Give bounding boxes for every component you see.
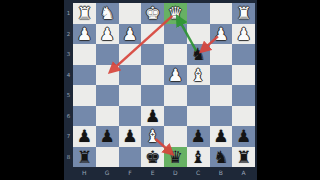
file-label-h: H bbox=[73, 168, 96, 177]
square-g3[interactable] bbox=[96, 44, 119, 65]
square-g4[interactable] bbox=[96, 65, 119, 86]
piece-black-knight-c3[interactable]: ♞ bbox=[187, 44, 210, 65]
square-e2[interactable] bbox=[141, 24, 164, 45]
piece-white-knight-g1[interactable]: ♞ bbox=[96, 3, 119, 24]
square-f3[interactable] bbox=[119, 44, 142, 65]
square-c3[interactable]: ♞ bbox=[187, 44, 210, 65]
square-a8[interactable]: ♜ bbox=[232, 147, 255, 168]
chess-board-frame: ♜♞♚♛♜♟♟♟♟♟♞♟♝♟♟♟♟♝♟♟♟♜♚♛♝♞♜ bbox=[64, 0, 257, 180]
file-label-b: B bbox=[210, 168, 233, 177]
square-a5[interactable] bbox=[232, 85, 255, 106]
square-c4[interactable]: ♝ bbox=[187, 65, 210, 86]
square-e6[interactable]: ♟ bbox=[141, 106, 164, 127]
square-f4[interactable] bbox=[119, 65, 142, 86]
square-f8[interactable] bbox=[119, 147, 142, 168]
piece-black-pawn-b7[interactable]: ♟ bbox=[210, 126, 233, 147]
square-d2[interactable] bbox=[164, 24, 187, 45]
square-a2[interactable]: ♟ bbox=[232, 24, 255, 45]
square-h1[interactable]: ♜ bbox=[73, 3, 96, 24]
piece-black-pawn-h7[interactable]: ♟ bbox=[73, 126, 96, 147]
square-d4[interactable]: ♟ bbox=[164, 65, 187, 86]
square-d3[interactable] bbox=[164, 44, 187, 65]
square-c5[interactable] bbox=[187, 85, 210, 106]
square-c7[interactable]: ♟ bbox=[187, 126, 210, 147]
square-b4[interactable] bbox=[210, 65, 233, 86]
rank-label-1: 1 bbox=[64, 3, 73, 24]
square-g6[interactable] bbox=[96, 106, 119, 127]
square-a4[interactable] bbox=[232, 65, 255, 86]
square-b7[interactable]: ♟ bbox=[210, 126, 233, 147]
file-labels: HGFEDCBA bbox=[73, 168, 255, 177]
square-h3[interactable] bbox=[73, 44, 96, 65]
file-label-d: D bbox=[164, 168, 187, 177]
piece-black-pawn-e6[interactable]: ♟ bbox=[141, 106, 164, 127]
square-c1[interactable] bbox=[187, 3, 210, 24]
square-e7[interactable]: ♝ bbox=[141, 126, 164, 147]
square-e5[interactable] bbox=[141, 85, 164, 106]
square-g8[interactable] bbox=[96, 147, 119, 168]
square-g5[interactable] bbox=[96, 85, 119, 106]
file-label-f: F bbox=[119, 168, 142, 177]
square-e1[interactable]: ♚ bbox=[141, 3, 164, 24]
square-f2[interactable]: ♟ bbox=[119, 24, 142, 45]
rank-label-3: 3 bbox=[64, 44, 73, 65]
piece-black-queen-d8[interactable]: ♛ bbox=[164, 147, 187, 168]
piece-white-pawn-f2[interactable]: ♟ bbox=[119, 24, 142, 45]
square-h2[interactable]: ♟ bbox=[73, 24, 96, 45]
square-h6[interactable] bbox=[73, 106, 96, 127]
square-a1[interactable]: ♜ bbox=[232, 3, 255, 24]
piece-black-pawn-a7[interactable]: ♟ bbox=[232, 126, 255, 147]
square-d7[interactable] bbox=[164, 126, 187, 147]
square-f5[interactable] bbox=[119, 85, 142, 106]
square-d8[interactable]: ♛ bbox=[164, 147, 187, 168]
square-h7[interactable]: ♟ bbox=[73, 126, 96, 147]
square-a3[interactable] bbox=[232, 44, 255, 65]
square-e4[interactable] bbox=[141, 65, 164, 86]
square-c8[interactable]: ♝ bbox=[187, 147, 210, 168]
piece-black-pawn-c7[interactable]: ♟ bbox=[187, 126, 210, 147]
square-c2[interactable] bbox=[187, 24, 210, 45]
square-d6[interactable] bbox=[164, 106, 187, 127]
piece-white-king-e1[interactable]: ♚ bbox=[141, 3, 164, 24]
file-label-e: E bbox=[141, 168, 164, 177]
piece-black-pawn-f7[interactable]: ♟ bbox=[119, 126, 142, 147]
rank-label-4: 4 bbox=[64, 65, 73, 86]
rank-label-2: 2 bbox=[64, 24, 73, 45]
square-b3[interactable] bbox=[210, 44, 233, 65]
file-label-a: A bbox=[232, 168, 255, 177]
piece-white-pawn-d4[interactable]: ♟ bbox=[164, 65, 187, 86]
rank-labels: 12345678 bbox=[64, 3, 73, 167]
piece-white-pawn-b2[interactable]: ♟ bbox=[210, 24, 233, 45]
square-h8[interactable]: ♜ bbox=[73, 147, 96, 168]
square-b6[interactable] bbox=[210, 106, 233, 127]
rank-label-6: 6 bbox=[64, 106, 73, 127]
square-e3[interactable] bbox=[141, 44, 164, 65]
rank-label-7: 7 bbox=[64, 126, 73, 147]
square-f1[interactable] bbox=[119, 3, 142, 24]
square-g1[interactable]: ♞ bbox=[96, 3, 119, 24]
square-a7[interactable]: ♟ bbox=[232, 126, 255, 147]
piece-white-rook-h1[interactable]: ♜ bbox=[73, 3, 96, 24]
square-d1[interactable]: ♛ bbox=[164, 3, 187, 24]
square-f6[interactable] bbox=[119, 106, 142, 127]
piece-black-king-e8[interactable]: ♚ bbox=[141, 147, 164, 168]
square-h4[interactable] bbox=[73, 65, 96, 86]
piece-white-bishop-c4[interactable]: ♝ bbox=[187, 65, 210, 86]
piece-black-rook-h8[interactable]: ♜ bbox=[73, 147, 96, 168]
square-a6[interactable] bbox=[232, 106, 255, 127]
file-label-g: G bbox=[96, 168, 119, 177]
piece-white-rook-a1[interactable]: ♜ bbox=[232, 3, 255, 24]
piece-white-bishop-e7[interactable]: ♝ bbox=[141, 126, 164, 147]
piece-white-queen-d1[interactable]: ♛ bbox=[164, 3, 187, 24]
square-b8[interactable]: ♞ bbox=[210, 147, 233, 168]
chess-board[interactable]: ♜♞♚♛♜♟♟♟♟♟♞♟♝♟♟♟♟♝♟♟♟♜♚♛♝♞♜ bbox=[73, 3, 255, 167]
rank-label-5: 5 bbox=[64, 85, 73, 106]
square-b2[interactable]: ♟ bbox=[210, 24, 233, 45]
square-b5[interactable] bbox=[210, 85, 233, 106]
rank-label-8: 8 bbox=[64, 147, 73, 168]
piece-white-pawn-g2[interactable]: ♟ bbox=[96, 24, 119, 45]
square-e8[interactable]: ♚ bbox=[141, 147, 164, 168]
square-g7[interactable]: ♟ bbox=[96, 126, 119, 147]
chess-app-stage: ♜♞♚♛♜♟♟♟♟♟♞♟♝♟♟♟♟♝♟♟♟♜♚♛♝♞♜ 12345678 HGF… bbox=[0, 0, 320, 180]
piece-black-pawn-g7[interactable]: ♟ bbox=[96, 126, 119, 147]
piece-white-pawn-h2[interactable]: ♟ bbox=[73, 24, 96, 45]
piece-black-knight-b8[interactable]: ♞ bbox=[210, 147, 233, 168]
piece-white-pawn-a2[interactable]: ♟ bbox=[232, 24, 255, 45]
square-f7[interactable]: ♟ bbox=[119, 126, 142, 147]
square-b1[interactable] bbox=[210, 3, 233, 24]
file-label-c: C bbox=[187, 168, 210, 177]
piece-black-rook-a8[interactable]: ♜ bbox=[232, 147, 255, 168]
piece-black-bishop-c8[interactable]: ♝ bbox=[187, 147, 210, 168]
square-h5[interactable] bbox=[73, 85, 96, 106]
square-c6[interactable] bbox=[187, 106, 210, 127]
square-g2[interactable]: ♟ bbox=[96, 24, 119, 45]
square-d5[interactable] bbox=[164, 85, 187, 106]
